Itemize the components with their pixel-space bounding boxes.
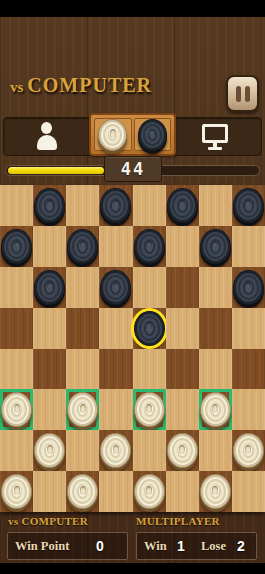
board-cell[interactable] [199, 308, 232, 349]
board-cell [199, 185, 232, 226]
board-cell [199, 430, 232, 471]
multiplayer-label: MULTIPLAYER [136, 515, 220, 527]
board-cell [133, 349, 166, 390]
board-cell[interactable] [232, 267, 265, 308]
white-checker[interactable] [67, 474, 98, 509]
page-title: vs COMPUTER [10, 74, 152, 97]
board [0, 185, 265, 512]
board-cell[interactable] [133, 308, 166, 349]
board-cell[interactable] [99, 185, 132, 226]
black-checker[interactable] [233, 188, 264, 223]
board-cell[interactable] [133, 389, 166, 430]
win-point-label: Win Point [15, 539, 69, 554]
piece-selector[interactable] [89, 113, 176, 156]
timer-progress-fill [8, 167, 104, 174]
board-cell [0, 185, 33, 226]
board-cell [66, 267, 99, 308]
white-piece-slot[interactable] [94, 118, 132, 151]
black-piece-slot[interactable] [134, 118, 172, 151]
white-checker[interactable] [1, 392, 32, 427]
board-cell[interactable] [99, 430, 132, 471]
board-cell[interactable] [199, 389, 232, 430]
board-cell[interactable] [133, 226, 166, 267]
white-checker[interactable] [233, 433, 264, 468]
board-cell[interactable] [66, 226, 99, 267]
board-cell [0, 430, 33, 471]
timer-box: 44 [104, 156, 162, 182]
person-icon [36, 122, 58, 150]
pause-icon [236, 86, 241, 102]
white-checker[interactable] [67, 392, 98, 427]
board-cell [99, 226, 132, 267]
black-checker[interactable] [34, 188, 65, 223]
win-value: 1 [177, 538, 185, 554]
board-cell [166, 389, 199, 430]
board-cell [199, 267, 232, 308]
board-cell[interactable] [33, 430, 66, 471]
board-cell[interactable] [66, 389, 99, 430]
board-cell [99, 389, 132, 430]
board-cell [33, 471, 66, 512]
board-cell[interactable] [199, 471, 232, 512]
black-checker[interactable] [233, 270, 264, 305]
board-cell [232, 226, 265, 267]
board-cell[interactable] [33, 349, 66, 390]
board-cell [33, 226, 66, 267]
board-cell [133, 185, 166, 226]
lose-label: Lose [201, 539, 226, 554]
status-bar-area [0, 0, 265, 17]
win-lose-box: Win 1 Lose 2 [136, 532, 257, 560]
black-checker[interactable] [134, 229, 165, 264]
black-checker[interactable] [134, 311, 165, 346]
title-text: COMPUTER [27, 74, 152, 96]
board-cell[interactable] [0, 471, 33, 512]
board-cell[interactable] [99, 267, 132, 308]
white-checker[interactable] [100, 433, 131, 468]
board-cell[interactable] [232, 430, 265, 471]
board-cell[interactable] [166, 349, 199, 390]
computer-monitor-icon [202, 124, 228, 150]
black-checker[interactable] [34, 270, 65, 305]
board-cell[interactable] [0, 389, 33, 430]
board-cell [99, 308, 132, 349]
board-cell [166, 226, 199, 267]
board-cell [133, 267, 166, 308]
board-cell[interactable] [33, 185, 66, 226]
win-label: Win [144, 539, 167, 554]
board-cell[interactable] [232, 185, 265, 226]
title-prefix: vs [10, 79, 23, 95]
board-cell[interactable] [133, 471, 166, 512]
board-cell [232, 308, 265, 349]
white-checker[interactable] [167, 433, 198, 468]
board-cell[interactable] [66, 471, 99, 512]
board-cell [133, 430, 166, 471]
game-screen: vs COMPUTER 44 vs COMPUTER MULTIPLAYER W… [0, 0, 265, 574]
board-cell [66, 185, 99, 226]
black-checker[interactable] [67, 229, 98, 264]
pause-icon [245, 86, 250, 102]
pause-button[interactable] [226, 75, 259, 112]
white-checker[interactable] [134, 392, 165, 427]
board-cell[interactable] [0, 308, 33, 349]
white-checker[interactable] [1, 474, 32, 509]
board-cell [0, 349, 33, 390]
win-point-value: 0 [96, 538, 104, 554]
win-point-box: Win Point 0 [7, 532, 128, 560]
board-cell[interactable] [166, 185, 199, 226]
board-cell[interactable] [0, 226, 33, 267]
white-checker-icon [98, 119, 127, 151]
board-cell[interactable] [166, 267, 199, 308]
white-checker[interactable] [34, 433, 65, 468]
black-checker[interactable] [100, 188, 131, 223]
board-cell[interactable] [232, 349, 265, 390]
board-cell [199, 349, 232, 390]
board-cell [33, 389, 66, 430]
white-checker[interactable] [200, 392, 231, 427]
vs-computer-label: vs COMPUTER [8, 515, 88, 527]
bottom-bar-area [0, 563, 265, 574]
board-cell [66, 349, 99, 390]
board-cell[interactable] [199, 226, 232, 267]
black-checker[interactable] [100, 270, 131, 305]
board-cell[interactable] [66, 308, 99, 349]
lose-value: 2 [237, 538, 245, 554]
black-checker-icon [138, 119, 167, 151]
white-checker[interactable] [200, 474, 231, 509]
black-checker[interactable] [1, 229, 32, 264]
board-cell [0, 267, 33, 308]
timer-value: 44 [121, 159, 145, 179]
board-cell [99, 471, 132, 512]
board-cell [232, 471, 265, 512]
board-cell [166, 308, 199, 349]
board-cell [66, 430, 99, 471]
board-cell [232, 389, 265, 430]
board-cell [166, 471, 199, 512]
board-cell [33, 308, 66, 349]
black-checker[interactable] [167, 188, 198, 223]
white-checker[interactable] [134, 474, 165, 509]
board-cell[interactable] [166, 430, 199, 471]
board-cell[interactable] [33, 267, 66, 308]
board-cell[interactable] [99, 349, 132, 390]
black-checker[interactable] [200, 229, 231, 264]
